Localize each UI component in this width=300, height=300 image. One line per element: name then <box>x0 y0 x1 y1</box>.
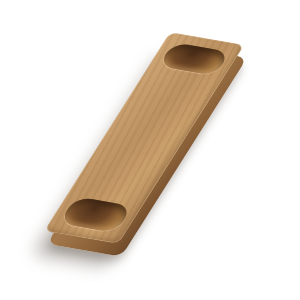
mancala-board <box>44 32 244 244</box>
product-photo-mancala-board <box>0 0 300 300</box>
store-bottom <box>59 196 133 233</box>
store-top <box>158 42 230 76</box>
